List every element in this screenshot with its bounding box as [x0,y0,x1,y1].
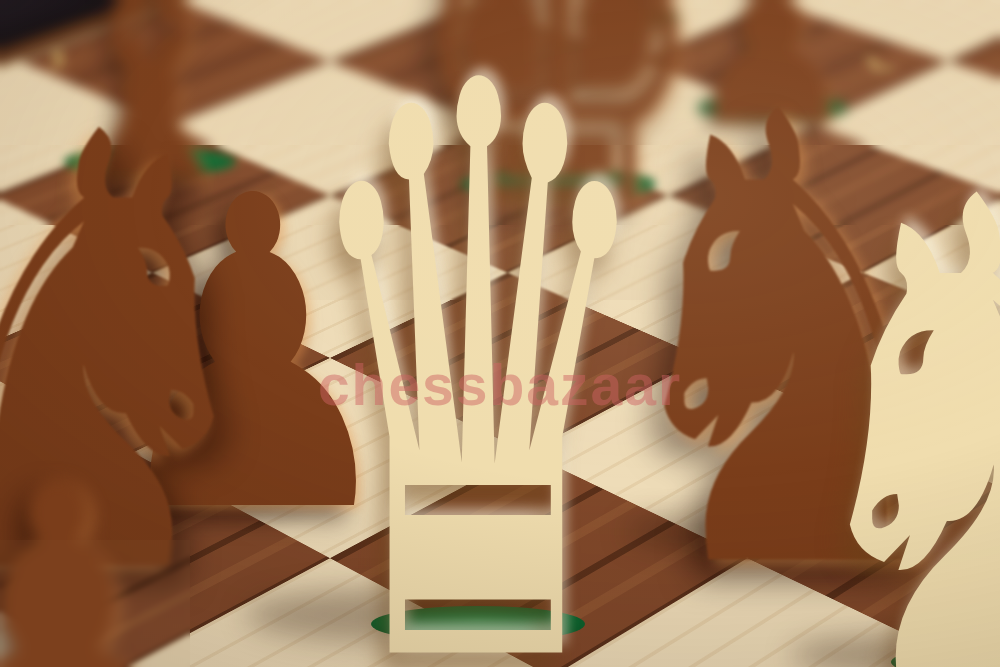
dark-pawn-glyph: ♟ [0,429,222,667]
chess-photo-stage: J8L ♝♚♟♟♞♟♛♞♞♟ chessbazaar [0,0,1000,667]
light-knight-glyph: ♞ [769,112,1000,667]
light-queen-glyph: ♛ [294,0,662,667]
